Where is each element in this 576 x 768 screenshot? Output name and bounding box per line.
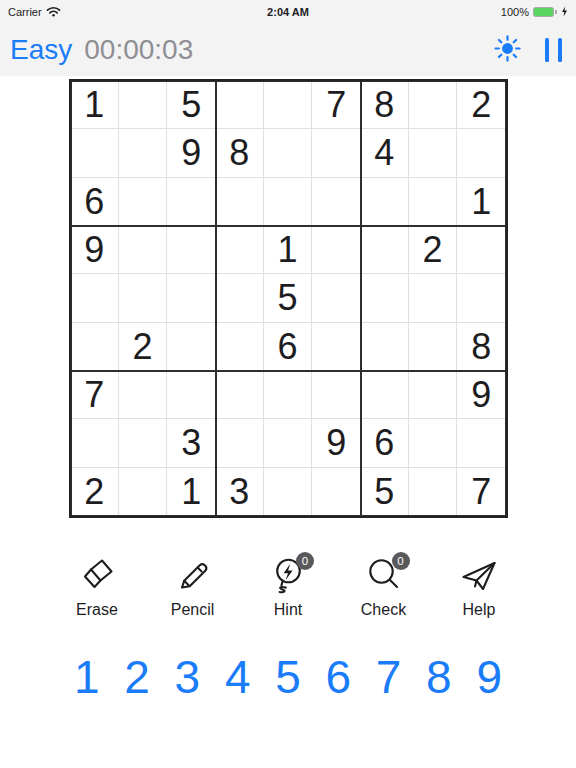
cell-r6c6[interactable] <box>312 323 360 371</box>
cell-r6c9[interactable]: 8 <box>457 323 505 371</box>
number-key-6[interactable]: 6 <box>325 654 351 700</box>
cell-r3c8[interactable] <box>409 178 457 226</box>
cell-r4c8[interactable]: 2 <box>409 226 457 274</box>
cell-r7c9[interactable]: 9 <box>457 371 505 419</box>
cell-r4c4[interactable] <box>215 226 263 274</box>
lightbulb-bolt-icon: 0 <box>267 555 309 597</box>
cell-r1c1[interactable]: 1 <box>71 81 119 129</box>
number-key-3[interactable]: 3 <box>175 654 201 700</box>
wifi-icon <box>46 6 61 19</box>
cell-r2c8[interactable] <box>409 129 457 177</box>
action-label: Check <box>361 601 406 619</box>
cell-r8c6[interactable]: 9 <box>312 419 360 467</box>
action-label: Erase <box>76 601 118 619</box>
cell-r3c6[interactable] <box>312 178 360 226</box>
cell-r5c4[interactable] <box>215 274 263 322</box>
cell-r3c4[interactable] <box>215 178 263 226</box>
status-time: 2:04 AM <box>267 6 309 18</box>
cell-r4c7[interactable] <box>360 226 408 274</box>
cell-r1c7[interactable]: 8 <box>360 81 408 129</box>
cell-r9c2[interactable] <box>119 468 167 516</box>
number-pad: 123456789 <box>74 654 502 700</box>
cell-r4c9[interactable] <box>457 226 505 274</box>
cell-r1c9[interactable]: 2 <box>457 81 505 129</box>
cell-r6c3[interactable] <box>167 323 215 371</box>
cell-r2c3[interactable]: 9 <box>167 129 215 177</box>
battery-percent: 100% <box>501 6 529 18</box>
cell-r5c1[interactable] <box>71 274 119 322</box>
cell-r4c1[interactable]: 9 <box>71 226 119 274</box>
paper-plane-icon <box>458 555 500 597</box>
cell-r3c2[interactable] <box>119 178 167 226</box>
pencil-button[interactable]: Pencil <box>158 555 228 619</box>
cell-r3c9[interactable]: 1 <box>457 178 505 226</box>
number-key-8[interactable]: 8 <box>426 654 452 700</box>
cell-r1c8[interactable] <box>409 81 457 129</box>
erase-button[interactable]: Erase <box>62 555 132 619</box>
help-button[interactable]: Help <box>444 555 514 619</box>
cell-r5c8[interactable] <box>409 274 457 322</box>
cell-r9c4[interactable]: 3 <box>215 468 263 516</box>
cell-r2c4[interactable]: 8 <box>215 129 263 177</box>
cell-r1c3[interactable]: 5 <box>167 81 215 129</box>
action-bar: Erase Pencil 0 Hint <box>62 555 514 619</box>
cell-r7c3[interactable] <box>167 371 215 419</box>
cell-r2c6[interactable] <box>312 129 360 177</box>
cell-r6c8[interactable] <box>409 323 457 371</box>
cell-r3c1[interactable]: 6 <box>71 178 119 226</box>
number-key-2[interactable]: 2 <box>124 654 150 700</box>
cell-r8c2[interactable] <box>119 419 167 467</box>
cell-r9c3[interactable]: 1 <box>167 468 215 516</box>
cell-r4c3[interactable] <box>167 226 215 274</box>
cell-r6c5[interactable]: 6 <box>264 323 312 371</box>
pencil-icon <box>172 555 214 597</box>
status-bar: Carrier 2:04 AM 100% <box>0 0 576 24</box>
cell-r3c3[interactable] <box>167 178 215 226</box>
action-label: Hint <box>274 601 302 619</box>
cell-r7c2[interactable] <box>119 371 167 419</box>
cell-r1c6[interactable]: 7 <box>312 81 360 129</box>
cell-r2c1[interactable] <box>71 129 119 177</box>
timer-label: 00:00:03 <box>84 34 193 66</box>
sudoku-board: 157829846191252687939621357 <box>69 79 508 518</box>
cell-r9c5[interactable] <box>264 468 312 516</box>
battery-icon <box>533 7 557 17</box>
number-key-9[interactable]: 9 <box>476 654 502 700</box>
cell-r8c5[interactable] <box>264 419 312 467</box>
cell-r3c7[interactable] <box>360 178 408 226</box>
sun-icon <box>494 35 521 65</box>
cell-r7c6[interactable] <box>312 371 360 419</box>
cell-r6c7[interactable] <box>360 323 408 371</box>
number-key-1[interactable]: 1 <box>74 654 100 700</box>
cell-r8c1[interactable] <box>71 419 119 467</box>
board-cells: 157829846191252687939621357 <box>71 81 506 516</box>
check-badge: 0 <box>392 552 410 570</box>
cell-r5c9[interactable] <box>457 274 505 322</box>
carrier-label: Carrier <box>8 6 42 18</box>
cell-r2c2[interactable] <box>119 129 167 177</box>
hint-button[interactable]: 0 Hint <box>253 555 323 619</box>
pause-icon <box>545 38 562 62</box>
cell-r2c9[interactable] <box>457 129 505 177</box>
cell-r3c5[interactable] <box>264 178 312 226</box>
pause-button[interactable] <box>545 38 562 62</box>
cell-r5c5[interactable]: 5 <box>264 274 312 322</box>
cell-r7c8[interactable] <box>409 371 457 419</box>
toolbar: Easy 00:00:03 <box>0 24 576 76</box>
cell-r1c2[interactable] <box>119 81 167 129</box>
cell-r1c5[interactable] <box>264 81 312 129</box>
number-key-4[interactable]: 4 <box>225 654 251 700</box>
difficulty-label[interactable]: Easy <box>10 34 72 66</box>
cell-r6c1[interactable] <box>71 323 119 371</box>
cell-r6c2[interactable]: 2 <box>119 323 167 371</box>
cell-r5c3[interactable] <box>167 274 215 322</box>
cell-r4c6[interactable] <box>312 226 360 274</box>
action-label: Help <box>463 601 496 619</box>
cell-r4c5[interactable]: 1 <box>264 226 312 274</box>
cell-r4c2[interactable] <box>119 226 167 274</box>
cell-r8c4[interactable] <box>215 419 263 467</box>
hint-badge: 0 <box>296 552 314 570</box>
action-label: Pencil <box>171 601 215 619</box>
charging-bolt-icon <box>561 6 568 19</box>
cell-r9c9[interactable]: 7 <box>457 468 505 516</box>
brightness-button[interactable] <box>494 35 521 65</box>
cell-r7c4[interactable] <box>215 371 263 419</box>
number-key-7[interactable]: 7 <box>376 654 402 700</box>
cell-r9c8[interactable] <box>409 468 457 516</box>
cell-r8c7[interactable]: 6 <box>360 419 408 467</box>
cell-r2c7[interactable]: 4 <box>360 129 408 177</box>
magnifier-icon: 0 <box>363 555 405 597</box>
cell-r9c1[interactable]: 2 <box>71 468 119 516</box>
cell-r7c5[interactable] <box>264 371 312 419</box>
cell-r8c8[interactable] <box>409 419 457 467</box>
cell-r5c2[interactable] <box>119 274 167 322</box>
cell-r8c9[interactable] <box>457 419 505 467</box>
cell-r7c7[interactable] <box>360 371 408 419</box>
cell-r1c4[interactable] <box>215 81 263 129</box>
cell-r5c6[interactable] <box>312 274 360 322</box>
cell-r9c6[interactable] <box>312 468 360 516</box>
number-key-5[interactable]: 5 <box>275 654 301 700</box>
cell-r5c7[interactable] <box>360 274 408 322</box>
check-button[interactable]: 0 Check <box>349 555 419 619</box>
cell-r2c5[interactable] <box>264 129 312 177</box>
cell-r7c1[interactable]: 7 <box>71 371 119 419</box>
eraser-icon <box>76 555 118 597</box>
cell-r9c7[interactable]: 5 <box>360 468 408 516</box>
cell-r6c4[interactable] <box>215 323 263 371</box>
cell-r8c3[interactable]: 3 <box>167 419 215 467</box>
